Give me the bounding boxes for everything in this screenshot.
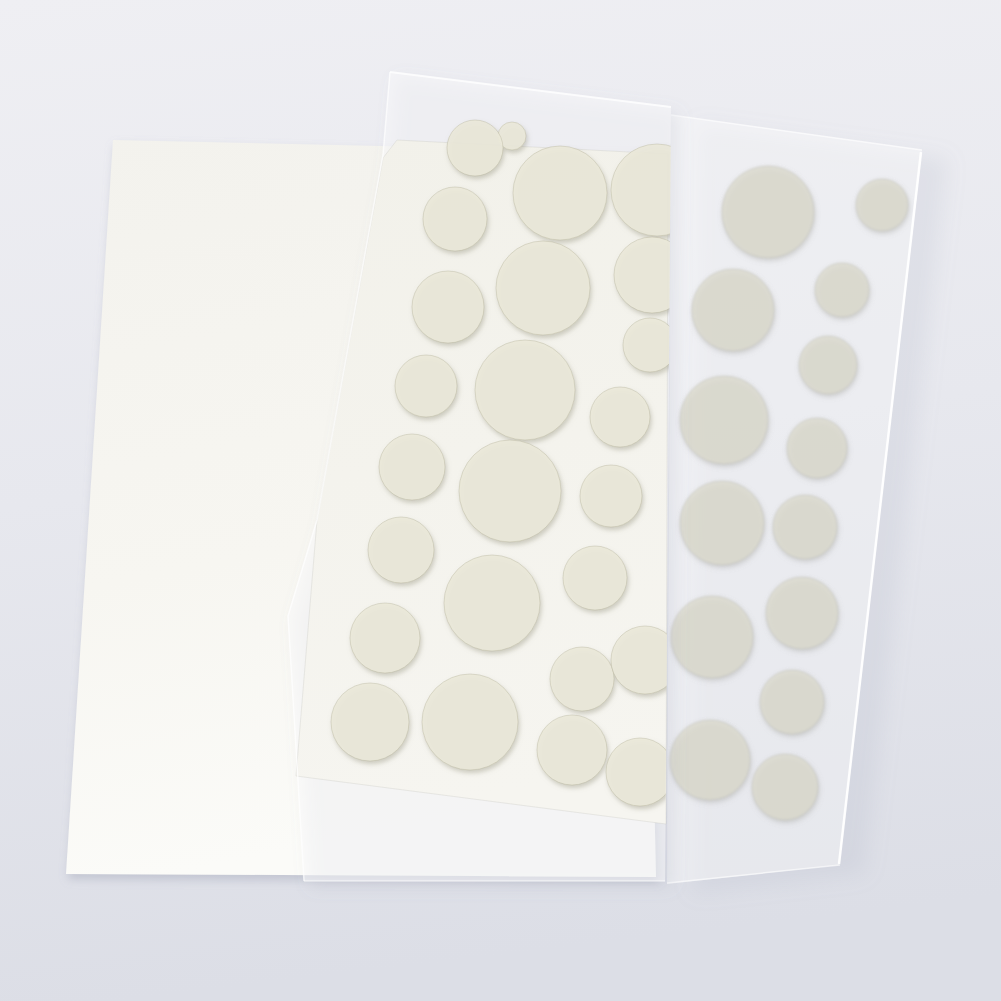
patch-sticker <box>752 754 818 820</box>
patch-sticker <box>563 546 627 610</box>
patch-sticker <box>670 720 750 800</box>
patch-sticker <box>623 318 677 372</box>
photo-canvas <box>0 0 1001 1001</box>
patch-sticker <box>760 670 824 734</box>
patch-sticker <box>680 481 764 565</box>
patch-sticker <box>606 738 674 806</box>
patch-sticker <box>856 179 908 231</box>
patch-sticker <box>513 146 607 240</box>
patch-sticker <box>475 340 575 440</box>
patch-sticker <box>379 434 445 500</box>
patch-sticker <box>799 336 857 394</box>
patch-sticker <box>722 166 814 258</box>
patch-sticker <box>395 355 457 417</box>
patch-sticker <box>692 269 774 351</box>
patch-sticker <box>496 241 590 335</box>
patch-sticker <box>680 376 768 464</box>
patch-sticker <box>331 683 409 761</box>
patch-sticker <box>766 577 838 649</box>
patch-sticker <box>444 555 540 651</box>
patch-sticker <box>537 715 607 785</box>
patch-sticker <box>580 465 642 527</box>
patch-sticker <box>350 603 420 673</box>
patch-sticker <box>787 418 847 478</box>
patch-sticker <box>423 187 487 251</box>
patch-sticker <box>422 674 518 770</box>
patch-sticker <box>412 271 484 343</box>
patch-sticker <box>671 596 753 678</box>
patch-sticker <box>815 263 869 317</box>
patch-sticker <box>773 495 837 559</box>
patch-sticker <box>590 387 650 447</box>
patch-sticker <box>550 647 614 711</box>
patch-sticker <box>368 517 434 583</box>
patch-sticker <box>459 440 561 542</box>
patch-sticker <box>447 120 503 176</box>
photo-stage <box>0 0 1001 1001</box>
